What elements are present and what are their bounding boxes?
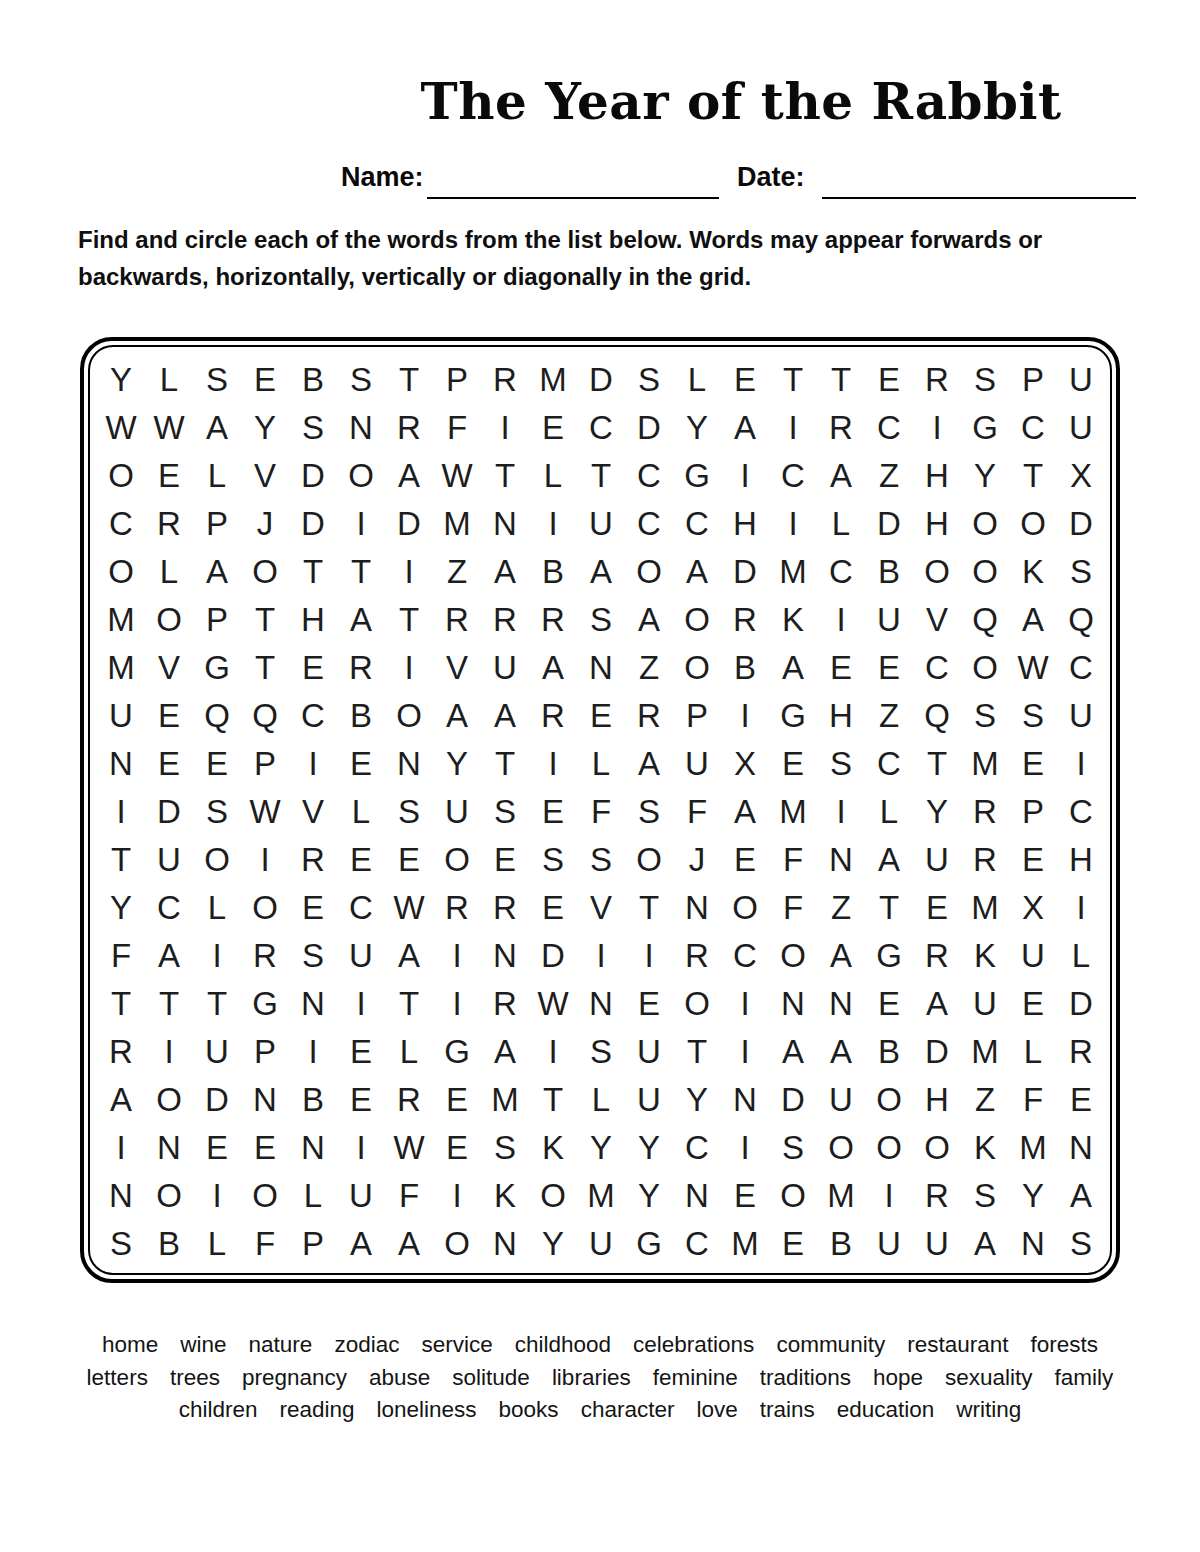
grid-cell-r2c16[interactable]: R [817, 404, 865, 452]
grid-cell-r3c1[interactable]: O [97, 452, 145, 500]
grid-cell-r7c8[interactable]: V [433, 644, 481, 692]
grid-cell-r13c21[interactable]: L [1057, 932, 1105, 980]
grid-cell-r9c19[interactable]: M [961, 740, 1009, 788]
grid-cell-r8c20[interactable]: S [1009, 692, 1057, 740]
grid-cell-r12c5[interactable]: E [289, 884, 337, 932]
grid-cell-r14c11[interactable]: N [577, 980, 625, 1028]
grid-cell-r3c18[interactable]: H [913, 452, 961, 500]
grid-cell-r18c19[interactable]: S [961, 1172, 1009, 1220]
grid-cell-r13c13[interactable]: R [673, 932, 721, 980]
grid-cell-r2c9[interactable]: I [481, 404, 529, 452]
grid-cell-r12c21[interactable]: I [1057, 884, 1105, 932]
grid-cell-r19c8[interactable]: O [433, 1220, 481, 1268]
grid-cell-r14c4[interactable]: G [241, 980, 289, 1028]
grid-cell-r4c4[interactable]: J [241, 500, 289, 548]
grid-cell-r10c7[interactable]: S [385, 788, 433, 836]
grid-cell-r1c21[interactable]: U [1057, 356, 1105, 404]
grid-cell-r6c7[interactable]: T [385, 596, 433, 644]
grid-cell-r17c15[interactable]: S [769, 1124, 817, 1172]
grid-cell-r18c5[interactable]: L [289, 1172, 337, 1220]
grid-cell-r14c18[interactable]: A [913, 980, 961, 1028]
grid-cell-r16c2[interactable]: O [145, 1076, 193, 1124]
grid-cell-r5c18[interactable]: O [913, 548, 961, 596]
grid-cell-r16c3[interactable]: D [193, 1076, 241, 1124]
grid-cell-r9c15[interactable]: E [769, 740, 817, 788]
grid-cell-r13c12[interactable]: I [625, 932, 673, 980]
grid-cell-r1c18[interactable]: R [913, 356, 961, 404]
grid-cell-r2c7[interactable]: R [385, 404, 433, 452]
grid-cell-r14c21[interactable]: D [1057, 980, 1105, 1028]
grid-cell-r1c20[interactable]: P [1009, 356, 1057, 404]
grid-cell-r17c7[interactable]: W [385, 1124, 433, 1172]
grid-cell-r3c4[interactable]: V [241, 452, 289, 500]
grid-cell-r16c20[interactable]: F [1009, 1076, 1057, 1124]
grid-cell-r13c9[interactable]: N [481, 932, 529, 980]
grid-cell-r18c8[interactable]: I [433, 1172, 481, 1220]
grid-cell-r6c16[interactable]: I [817, 596, 865, 644]
grid-cell-r13c19[interactable]: K [961, 932, 1009, 980]
grid-cell-r6c9[interactable]: R [481, 596, 529, 644]
grid-cell-r15c6[interactable]: E [337, 1028, 385, 1076]
grid-cell-r15c7[interactable]: L [385, 1028, 433, 1076]
grid-cell-r9c3[interactable]: E [193, 740, 241, 788]
grid-cell-r6c5[interactable]: H [289, 596, 337, 644]
grid-cell-r12c2[interactable]: C [145, 884, 193, 932]
grid-cell-r19c11[interactable]: U [577, 1220, 625, 1268]
grid-cell-r14c14[interactable]: I [721, 980, 769, 1028]
grid-cell-r4c15[interactable]: I [769, 500, 817, 548]
grid-cell-r5c10[interactable]: B [529, 548, 577, 596]
grid-cell-r4c9[interactable]: N [481, 500, 529, 548]
grid-cell-r14c7[interactable]: T [385, 980, 433, 1028]
grid-cell-r15c21[interactable]: R [1057, 1028, 1105, 1076]
grid-cell-r9c20[interactable]: E [1009, 740, 1057, 788]
grid-cell-r14c8[interactable]: I [433, 980, 481, 1028]
grid-cell-r7c19[interactable]: O [961, 644, 1009, 692]
grid-cell-r3c9[interactable]: T [481, 452, 529, 500]
grid-cell-r2c10[interactable]: E [529, 404, 577, 452]
grid-cell-r1c8[interactable]: P [433, 356, 481, 404]
grid-cell-r19c4[interactable]: F [241, 1220, 289, 1268]
grid-cell-r11c6[interactable]: E [337, 836, 385, 884]
grid-cell-r10c20[interactable]: P [1009, 788, 1057, 836]
grid-cell-r4c11[interactable]: U [577, 500, 625, 548]
grid-cell-r13c3[interactable]: I [193, 932, 241, 980]
grid-cell-r12c18[interactable]: E [913, 884, 961, 932]
grid-cell-r15c2[interactable]: I [145, 1028, 193, 1076]
grid-cell-r17c14[interactable]: I [721, 1124, 769, 1172]
grid-cell-r9c7[interactable]: N [385, 740, 433, 788]
grid-cell-r6c17[interactable]: U [865, 596, 913, 644]
grid-cell-r18c18[interactable]: R [913, 1172, 961, 1220]
grid-cell-r18c21[interactable]: A [1057, 1172, 1105, 1220]
grid-cell-r2c18[interactable]: I [913, 404, 961, 452]
grid-cell-r1c1[interactable]: Y [97, 356, 145, 404]
grid-cell-r8c16[interactable]: H [817, 692, 865, 740]
grid-cell-r17c16[interactable]: O [817, 1124, 865, 1172]
grid-cell-r14c3[interactable]: T [193, 980, 241, 1028]
grid-cell-r19c6[interactable]: A [337, 1220, 385, 1268]
grid-cell-r8c6[interactable]: B [337, 692, 385, 740]
grid-cell-r5c1[interactable]: O [97, 548, 145, 596]
grid-cell-r10c2[interactable]: D [145, 788, 193, 836]
grid-cell-r5c7[interactable]: I [385, 548, 433, 596]
grid-cell-r7c4[interactable]: T [241, 644, 289, 692]
grid-cell-r4c16[interactable]: L [817, 500, 865, 548]
grid-cell-r5c11[interactable]: A [577, 548, 625, 596]
grid-cell-r14c1[interactable]: T [97, 980, 145, 1028]
grid-cell-r11c18[interactable]: U [913, 836, 961, 884]
grid-cell-r8c18[interactable]: Q [913, 692, 961, 740]
grid-cell-r2c20[interactable]: C [1009, 404, 1057, 452]
grid-cell-r19c5[interactable]: P [289, 1220, 337, 1268]
grid-cell-r16c11[interactable]: L [577, 1076, 625, 1124]
grid-cell-r19c16[interactable]: B [817, 1220, 865, 1268]
grid-cell-r4c21[interactable]: D [1057, 500, 1105, 548]
grid-cell-r5c13[interactable]: A [673, 548, 721, 596]
grid-cell-r5c3[interactable]: A [193, 548, 241, 596]
grid-cell-r17c21[interactable]: N [1057, 1124, 1105, 1172]
grid-cell-r18c13[interactable]: N [673, 1172, 721, 1220]
grid-cell-r14c5[interactable]: N [289, 980, 337, 1028]
name-input-line[interactable] [427, 169, 719, 199]
grid-cell-r17c6[interactable]: I [337, 1124, 385, 1172]
grid-cell-r16c19[interactable]: Z [961, 1076, 1009, 1124]
grid-cell-r6c19[interactable]: Q [961, 596, 1009, 644]
grid-cell-r13c2[interactable]: A [145, 932, 193, 980]
grid-cell-r18c15[interactable]: O [769, 1172, 817, 1220]
grid-cell-r1c12[interactable]: S [625, 356, 673, 404]
grid-cell-r8c13[interactable]: P [673, 692, 721, 740]
grid-cell-r11c16[interactable]: N [817, 836, 865, 884]
grid-cell-r3c21[interactable]: X [1057, 452, 1105, 500]
grid-cell-r3c2[interactable]: E [145, 452, 193, 500]
grid-cell-r11c11[interactable]: S [577, 836, 625, 884]
grid-cell-r19c13[interactable]: C [673, 1220, 721, 1268]
grid-cell-r7c10[interactable]: A [529, 644, 577, 692]
grid-cell-r18c17[interactable]: I [865, 1172, 913, 1220]
grid-cell-r12c15[interactable]: F [769, 884, 817, 932]
grid-cell-r16c15[interactable]: D [769, 1076, 817, 1124]
grid-cell-r1c6[interactable]: S [337, 356, 385, 404]
grid-cell-r4c17[interactable]: D [865, 500, 913, 548]
grid-cell-r9c16[interactable]: S [817, 740, 865, 788]
grid-cell-r10c16[interactable]: I [817, 788, 865, 836]
grid-cell-r3c10[interactable]: L [529, 452, 577, 500]
grid-cell-r16c17[interactable]: O [865, 1076, 913, 1124]
grid-cell-r18c3[interactable]: I [193, 1172, 241, 1220]
grid-cell-r3c12[interactable]: C [625, 452, 673, 500]
grid-cell-r14c9[interactable]: R [481, 980, 529, 1028]
grid-cell-r1c4[interactable]: E [241, 356, 289, 404]
grid-cell-r17c20[interactable]: M [1009, 1124, 1057, 1172]
grid-cell-r16c16[interactable]: U [817, 1076, 865, 1124]
grid-cell-r15c4[interactable]: P [241, 1028, 289, 1076]
grid-cell-r9c4[interactable]: P [241, 740, 289, 788]
grid-cell-r7c2[interactable]: V [145, 644, 193, 692]
grid-cell-r11c20[interactable]: E [1009, 836, 1057, 884]
grid-cell-r6c15[interactable]: K [769, 596, 817, 644]
grid-cell-r5c9[interactable]: A [481, 548, 529, 596]
grid-cell-r9c11[interactable]: L [577, 740, 625, 788]
grid-cell-r16c12[interactable]: U [625, 1076, 673, 1124]
grid-cell-r10c18[interactable]: Y [913, 788, 961, 836]
grid-cell-r13c5[interactable]: S [289, 932, 337, 980]
grid-cell-r17c12[interactable]: Y [625, 1124, 673, 1172]
grid-cell-r14c20[interactable]: E [1009, 980, 1057, 1028]
grid-cell-r15c14[interactable]: I [721, 1028, 769, 1076]
grid-cell-r14c19[interactable]: U [961, 980, 1009, 1028]
grid-cell-r9c21[interactable]: I [1057, 740, 1105, 788]
grid-cell-r10c4[interactable]: W [241, 788, 289, 836]
grid-cell-r15c11[interactable]: S [577, 1028, 625, 1076]
grid-cell-r17c8[interactable]: E [433, 1124, 481, 1172]
grid-cell-r13c11[interactable]: I [577, 932, 625, 980]
grid-cell-r18c11[interactable]: M [577, 1172, 625, 1220]
grid-cell-r19c19[interactable]: A [961, 1220, 1009, 1268]
grid-cell-r7c17[interactable]: E [865, 644, 913, 692]
grid-cell-r13c10[interactable]: D [529, 932, 577, 980]
grid-cell-r6c4[interactable]: T [241, 596, 289, 644]
grid-cell-r4c10[interactable]: I [529, 500, 577, 548]
grid-cell-r7c14[interactable]: B [721, 644, 769, 692]
grid-cell-r11c2[interactable]: U [145, 836, 193, 884]
grid-cell-r12c19[interactable]: M [961, 884, 1009, 932]
grid-cell-r16c5[interactable]: B [289, 1076, 337, 1124]
grid-cell-r7c9[interactable]: U [481, 644, 529, 692]
grid-cell-r12c8[interactable]: R [433, 884, 481, 932]
grid-cell-r8c8[interactable]: A [433, 692, 481, 740]
grid-cell-r8c4[interactable]: Q [241, 692, 289, 740]
grid-cell-r7c7[interactable]: I [385, 644, 433, 692]
grid-cell-r4c1[interactable]: C [97, 500, 145, 548]
grid-cell-r8c1[interactable]: U [97, 692, 145, 740]
grid-cell-r6c13[interactable]: O [673, 596, 721, 644]
grid-cell-r1c5[interactable]: B [289, 356, 337, 404]
grid-cell-r11c5[interactable]: R [289, 836, 337, 884]
grid-cell-r15c18[interactable]: D [913, 1028, 961, 1076]
grid-cell-r5c20[interactable]: K [1009, 548, 1057, 596]
grid-cell-r15c16[interactable]: A [817, 1028, 865, 1076]
grid-cell-r12c12[interactable]: T [625, 884, 673, 932]
grid-cell-r4c14[interactable]: H [721, 500, 769, 548]
grid-cell-r1c2[interactable]: L [145, 356, 193, 404]
grid-cell-r12c17[interactable]: T [865, 884, 913, 932]
grid-cell-r4c3[interactable]: P [193, 500, 241, 548]
grid-cell-r4c5[interactable]: D [289, 500, 337, 548]
grid-cell-r4c7[interactable]: D [385, 500, 433, 548]
grid-cell-r5c14[interactable]: D [721, 548, 769, 596]
grid-cell-r1c11[interactable]: D [577, 356, 625, 404]
grid-cell-r13c4[interactable]: R [241, 932, 289, 980]
grid-cell-r7c21[interactable]: C [1057, 644, 1105, 692]
grid-cell-r13c17[interactable]: G [865, 932, 913, 980]
grid-cell-r10c5[interactable]: V [289, 788, 337, 836]
grid-cell-r8c9[interactable]: A [481, 692, 529, 740]
grid-cell-r8c3[interactable]: Q [193, 692, 241, 740]
grid-cell-r15c12[interactable]: U [625, 1028, 673, 1076]
grid-cell-r11c17[interactable]: A [865, 836, 913, 884]
grid-cell-r6c1[interactable]: M [97, 596, 145, 644]
grid-cell-r6c6[interactable]: A [337, 596, 385, 644]
grid-cell-r17c11[interactable]: Y [577, 1124, 625, 1172]
grid-cell-r12c6[interactable]: C [337, 884, 385, 932]
grid-cell-r2c4[interactable]: Y [241, 404, 289, 452]
grid-cell-r5c15[interactable]: M [769, 548, 817, 596]
grid-cell-r9c1[interactable]: N [97, 740, 145, 788]
grid-cell-r9c2[interactable]: E [145, 740, 193, 788]
grid-cell-r4c13[interactable]: C [673, 500, 721, 548]
grid-cell-r10c19[interactable]: R [961, 788, 1009, 836]
grid-cell-r4c2[interactable]: R [145, 500, 193, 548]
grid-cell-r8c11[interactable]: E [577, 692, 625, 740]
grid-cell-r2c6[interactable]: N [337, 404, 385, 452]
grid-cell-r5c2[interactable]: L [145, 548, 193, 596]
grid-cell-r18c2[interactable]: O [145, 1172, 193, 1220]
grid-cell-r5c17[interactable]: B [865, 548, 913, 596]
grid-cell-r2c3[interactable]: A [193, 404, 241, 452]
grid-cell-r6c3[interactable]: P [193, 596, 241, 644]
grid-cell-r11c13[interactable]: J [673, 836, 721, 884]
grid-cell-r3c13[interactable]: G [673, 452, 721, 500]
grid-cell-r7c6[interactable]: R [337, 644, 385, 692]
grid-cell-r19c10[interactable]: Y [529, 1220, 577, 1268]
grid-cell-r17c3[interactable]: E [193, 1124, 241, 1172]
grid-cell-r1c3[interactable]: S [193, 356, 241, 404]
grid-cell-r1c7[interactable]: T [385, 356, 433, 404]
grid-cell-r6c20[interactable]: A [1009, 596, 1057, 644]
grid-cell-r6c11[interactable]: S [577, 596, 625, 644]
grid-cell-r2c15[interactable]: I [769, 404, 817, 452]
grid-cell-r4c12[interactable]: C [625, 500, 673, 548]
grid-cell-r6c12[interactable]: A [625, 596, 673, 644]
grid-cell-r3c7[interactable]: A [385, 452, 433, 500]
grid-cell-r17c2[interactable]: N [145, 1124, 193, 1172]
grid-cell-r10c14[interactable]: A [721, 788, 769, 836]
grid-cell-r15c20[interactable]: L [1009, 1028, 1057, 1076]
grid-cell-r1c17[interactable]: E [865, 356, 913, 404]
grid-cell-r18c20[interactable]: Y [1009, 1172, 1057, 1220]
grid-cell-r17c17[interactable]: O [865, 1124, 913, 1172]
grid-cell-r2c14[interactable]: A [721, 404, 769, 452]
grid-cell-r15c10[interactable]: I [529, 1028, 577, 1076]
grid-cell-r17c19[interactable]: K [961, 1124, 1009, 1172]
grid-cell-r10c21[interactable]: C [1057, 788, 1105, 836]
grid-cell-r12c13[interactable]: N [673, 884, 721, 932]
grid-cell-r15c19[interactable]: M [961, 1028, 1009, 1076]
grid-cell-r18c6[interactable]: U [337, 1172, 385, 1220]
grid-cell-r4c6[interactable]: I [337, 500, 385, 548]
grid-cell-r13c6[interactable]: U [337, 932, 385, 980]
grid-cell-r5c5[interactable]: T [289, 548, 337, 596]
grid-cell-r15c1[interactable]: R [97, 1028, 145, 1076]
grid-cell-r16c6[interactable]: E [337, 1076, 385, 1124]
grid-cell-r1c10[interactable]: M [529, 356, 577, 404]
grid-cell-r4c8[interactable]: M [433, 500, 481, 548]
grid-cell-r1c19[interactable]: S [961, 356, 1009, 404]
grid-cell-r10c12[interactable]: S [625, 788, 673, 836]
grid-cell-r12c4[interactable]: O [241, 884, 289, 932]
grid-cell-r12c3[interactable]: L [193, 884, 241, 932]
grid-cell-r3c20[interactable]: T [1009, 452, 1057, 500]
grid-cell-r7c12[interactable]: Z [625, 644, 673, 692]
grid-cell-r3c6[interactable]: O [337, 452, 385, 500]
grid-cell-r12c14[interactable]: O [721, 884, 769, 932]
grid-cell-r11c1[interactable]: T [97, 836, 145, 884]
grid-cell-r7c18[interactable]: C [913, 644, 961, 692]
grid-cell-r7c3[interactable]: G [193, 644, 241, 692]
grid-cell-r1c9[interactable]: R [481, 356, 529, 404]
grid-cell-r8c14[interactable]: I [721, 692, 769, 740]
grid-cell-r9c5[interactable]: I [289, 740, 337, 788]
date-input-line[interactable] [822, 169, 1136, 199]
grid-cell-r5c16[interactable]: C [817, 548, 865, 596]
grid-cell-r10c10[interactable]: E [529, 788, 577, 836]
grid-cell-r19c1[interactable]: S [97, 1220, 145, 1268]
grid-cell-r16c1[interactable]: A [97, 1076, 145, 1124]
grid-cell-r19c15[interactable]: E [769, 1220, 817, 1268]
grid-cell-r5c12[interactable]: O [625, 548, 673, 596]
grid-cell-r15c17[interactable]: B [865, 1028, 913, 1076]
grid-cell-r16c4[interactable]: N [241, 1076, 289, 1124]
grid-cell-r10c9[interactable]: S [481, 788, 529, 836]
grid-cell-r13c18[interactable]: R [913, 932, 961, 980]
grid-cell-r2c2[interactable]: W [145, 404, 193, 452]
grid-cell-r14c13[interactable]: O [673, 980, 721, 1028]
grid-cell-r1c15[interactable]: T [769, 356, 817, 404]
grid-cell-r17c13[interactable]: C [673, 1124, 721, 1172]
grid-cell-r2c1[interactable]: W [97, 404, 145, 452]
grid-cell-r19c9[interactable]: N [481, 1220, 529, 1268]
grid-cell-r13c14[interactable]: C [721, 932, 769, 980]
grid-cell-r11c12[interactable]: O [625, 836, 673, 884]
grid-cell-r16c7[interactable]: R [385, 1076, 433, 1124]
grid-cell-r4c18[interactable]: H [913, 500, 961, 548]
grid-cell-r9c17[interactable]: C [865, 740, 913, 788]
grid-cell-r6c18[interactable]: V [913, 596, 961, 644]
grid-cell-r2c13[interactable]: Y [673, 404, 721, 452]
grid-cell-r10c1[interactable]: I [97, 788, 145, 836]
grid-cell-r13c1[interactable]: F [97, 932, 145, 980]
grid-cell-r12c16[interactable]: Z [817, 884, 865, 932]
grid-cell-r5c4[interactable]: O [241, 548, 289, 596]
grid-cell-r11c15[interactable]: F [769, 836, 817, 884]
grid-cell-r9c6[interactable]: E [337, 740, 385, 788]
grid-cell-r17c4[interactable]: E [241, 1124, 289, 1172]
grid-cell-r12c7[interactable]: W [385, 884, 433, 932]
grid-cell-r3c11[interactable]: T [577, 452, 625, 500]
grid-cell-r5c8[interactable]: Z [433, 548, 481, 596]
grid-cell-r8c10[interactable]: R [529, 692, 577, 740]
grid-cell-r19c20[interactable]: N [1009, 1220, 1057, 1268]
grid-cell-r9c18[interactable]: T [913, 740, 961, 788]
grid-cell-r14c12[interactable]: E [625, 980, 673, 1028]
grid-cell-r5c6[interactable]: T [337, 548, 385, 596]
grid-cell-r14c17[interactable]: E [865, 980, 913, 1028]
grid-cell-r11c8[interactable]: O [433, 836, 481, 884]
grid-cell-r2c19[interactable]: G [961, 404, 1009, 452]
grid-cell-r16c18[interactable]: H [913, 1076, 961, 1124]
grid-cell-r8c15[interactable]: G [769, 692, 817, 740]
grid-cell-r3c3[interactable]: L [193, 452, 241, 500]
grid-cell-r19c17[interactable]: U [865, 1220, 913, 1268]
grid-cell-r12c10[interactable]: E [529, 884, 577, 932]
grid-cell-r9c12[interactable]: A [625, 740, 673, 788]
grid-cell-r3c15[interactable]: C [769, 452, 817, 500]
grid-cell-r7c11[interactable]: N [577, 644, 625, 692]
grid-cell-r7c20[interactable]: W [1009, 644, 1057, 692]
grid-cell-r10c15[interactable]: M [769, 788, 817, 836]
